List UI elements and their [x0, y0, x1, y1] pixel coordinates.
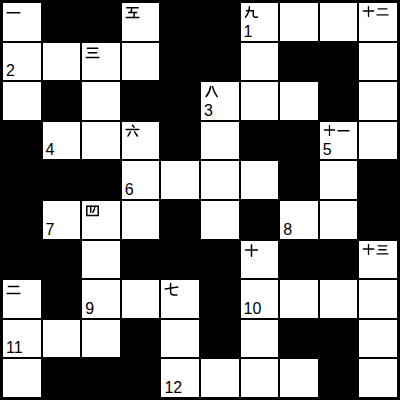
letter-cell[interactable]: [358, 121, 398, 161]
letter-cell[interactable]: [240, 160, 280, 200]
letter-cell[interactable]: [2, 358, 42, 398]
block-cell: [240, 121, 280, 161]
letter-cell[interactable]: [319, 160, 359, 200]
letter-cell[interactable]: [200, 121, 240, 161]
letter-cell[interactable]: 9: [81, 279, 121, 319]
across-clue-number: 4: [46, 142, 55, 158]
letter-cell[interactable]: [240, 42, 280, 82]
block-cell: [319, 358, 359, 398]
letter-cell[interactable]: [279, 2, 319, 42]
letter-cell[interactable]: [2, 2, 42, 42]
block-cell: [81, 160, 121, 200]
down-clue-number-cn: [244, 243, 259, 258]
across-clue-number: 12: [164, 380, 182, 396]
letter-cell[interactable]: [121, 2, 161, 42]
letter-cell[interactable]: 3: [200, 81, 240, 121]
cn-numeral-glyph: [244, 243, 259, 258]
letter-cell[interactable]: [200, 160, 240, 200]
block-cell: [279, 160, 319, 200]
letter-cell[interactable]: 7: [42, 200, 82, 240]
down-clue-number-cn: [85, 45, 100, 60]
block-cell: [160, 200, 200, 240]
block-cell: [200, 42, 240, 82]
block-cell: [121, 358, 161, 398]
letter-cell[interactable]: 11: [2, 319, 42, 359]
block-cell: [81, 2, 121, 42]
block-cell: [279, 319, 319, 359]
letter-cell[interactable]: 8: [279, 200, 319, 240]
letter-cell[interactable]: [81, 81, 121, 121]
block-cell: [42, 160, 82, 200]
cn-numeral-glyph: [376, 5, 389, 18]
down-clue-number-cn: [244, 5, 259, 20]
block-cell: [121, 81, 161, 121]
across-clue-number: 1: [244, 24, 253, 40]
block-cell: [42, 358, 82, 398]
letter-cell[interactable]: [2, 279, 42, 319]
block-cell: [42, 2, 82, 42]
cn-numeral-glyph: [244, 5, 259, 20]
letter-cell[interactable]: [121, 279, 161, 319]
block-cell: [319, 81, 359, 121]
letter-cell[interactable]: [240, 358, 280, 398]
crossword-board: 123456789101112: [0, 0, 400, 400]
block-cell: [200, 319, 240, 359]
cn-numeral-glyph: [6, 282, 21, 297]
cn-numeral-glyph: [125, 5, 140, 20]
block-cell: [279, 42, 319, 82]
across-clue-number: 5: [323, 142, 332, 158]
block-cell: [358, 160, 398, 200]
block-cell: [2, 240, 42, 280]
block-cell: [240, 200, 280, 240]
cn-numeral-glyph: [337, 124, 350, 137]
block-cell: [121, 240, 161, 280]
letter-cell[interactable]: [42, 42, 82, 82]
letter-cell[interactable]: [200, 358, 240, 398]
block-cell: [200, 2, 240, 42]
letter-cell[interactable]: [200, 200, 240, 240]
letter-cell[interactable]: [160, 279, 200, 319]
cn-numeral-glyph: [362, 243, 375, 256]
block-cell: [200, 279, 240, 319]
block-cell: [319, 42, 359, 82]
across-clue-number: 9: [85, 301, 94, 317]
letter-cell[interactable]: 1: [240, 2, 280, 42]
cn-numeral-glyph: [164, 282, 179, 297]
block-cell: [358, 200, 398, 240]
cn-numeral-glyph: [323, 124, 336, 137]
down-clue-number-cn: [323, 124, 350, 137]
letter-cell[interactable]: [358, 279, 398, 319]
across-clue-number: 2: [6, 63, 15, 79]
cn-numeral-glyph: [376, 243, 389, 256]
down-clue-number-cn: [362, 5, 389, 18]
letter-cell[interactable]: [358, 42, 398, 82]
block-cell: [42, 279, 82, 319]
letter-cell[interactable]: 4: [42, 121, 82, 161]
letter-cell[interactable]: [2, 81, 42, 121]
block-cell: [160, 81, 200, 121]
letter-cell[interactable]: 10: [240, 279, 280, 319]
letter-cell[interactable]: [319, 279, 359, 319]
down-clue-number-cn: [6, 282, 21, 297]
letter-cell[interactable]: [160, 319, 200, 359]
letter-cell[interactable]: [121, 121, 161, 161]
block-cell: [160, 42, 200, 82]
letter-cell[interactable]: [358, 240, 398, 280]
block-cell: [42, 240, 82, 280]
letter-cell[interactable]: [319, 200, 359, 240]
letter-cell[interactable]: [279, 279, 319, 319]
down-clue-number-cn: [362, 243, 389, 256]
letter-cell[interactable]: [319, 2, 359, 42]
block-cell: [2, 121, 42, 161]
across-clue-number: 8: [283, 222, 292, 238]
across-clue-number: 10: [244, 301, 262, 317]
across-clue-number: 6: [125, 182, 134, 198]
letter-cell[interactable]: [240, 240, 280, 280]
letter-cell[interactable]: [81, 240, 121, 280]
letter-cell[interactable]: [160, 160, 200, 200]
cn-numeral-glyph: [85, 45, 100, 60]
block-cell: [279, 121, 319, 161]
block-cell: [200, 240, 240, 280]
letter-cell[interactable]: [358, 81, 398, 121]
block-cell: [121, 319, 161, 359]
block-cell: [319, 240, 359, 280]
letter-cell[interactable]: [81, 121, 121, 161]
cn-numeral-glyph: [6, 5, 21, 20]
down-clue-number-cn: [125, 5, 140, 20]
cn-numeral-glyph: [125, 124, 140, 139]
letter-cell[interactable]: [358, 319, 398, 359]
letter-cell[interactable]: [358, 2, 398, 42]
across-clue-number: 7: [46, 222, 55, 238]
letter-cell[interactable]: [81, 319, 121, 359]
letter-cell[interactable]: [358, 358, 398, 398]
letter-cell[interactable]: [81, 200, 121, 240]
block-cell: [2, 160, 42, 200]
letter-cell[interactable]: [42, 319, 82, 359]
letter-cell[interactable]: 5: [319, 121, 359, 161]
block-cell: [160, 240, 200, 280]
letter-cell[interactable]: [121, 200, 161, 240]
block-cell: [279, 240, 319, 280]
block-cell: [319, 319, 359, 359]
letter-cell[interactable]: [279, 81, 319, 121]
cn-numeral-glyph: [85, 203, 100, 218]
letter-cell[interactable]: [81, 42, 121, 82]
block-cell: [2, 200, 42, 240]
cn-numeral-glyph: [362, 5, 375, 18]
letter-cell[interactable]: [240, 81, 280, 121]
down-clue-number-cn: [6, 5, 21, 20]
block-cell: [42, 81, 82, 121]
down-clue-number-cn: [204, 84, 219, 99]
block-cell: [160, 121, 200, 161]
letter-cell[interactable]: 6: [121, 160, 161, 200]
down-clue-number-cn: [125, 124, 140, 139]
down-clue-number-cn: [85, 203, 100, 218]
letter-cell[interactable]: [279, 358, 319, 398]
letter-cell[interactable]: 2: [2, 42, 42, 82]
block-cell: [160, 2, 200, 42]
letter-cell[interactable]: 12: [160, 358, 200, 398]
block-cell: [81, 358, 121, 398]
down-clue-number-cn: [164, 282, 179, 297]
letter-cell[interactable]: [240, 319, 280, 359]
across-clue-number: 3: [204, 103, 213, 119]
across-clue-number: 11: [6, 340, 23, 356]
letter-cell[interactable]: [121, 42, 161, 82]
cn-numeral-glyph: [204, 84, 219, 99]
